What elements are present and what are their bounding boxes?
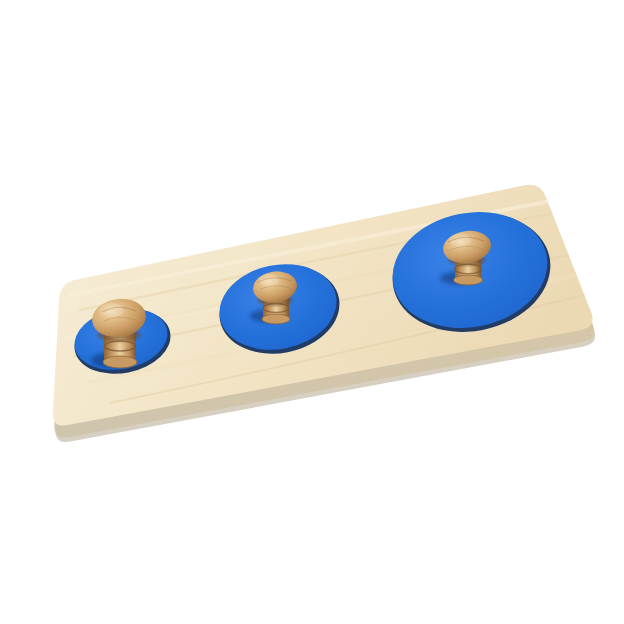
product-photo	[0, 0, 624, 624]
puzzle-scene	[0, 0, 624, 624]
